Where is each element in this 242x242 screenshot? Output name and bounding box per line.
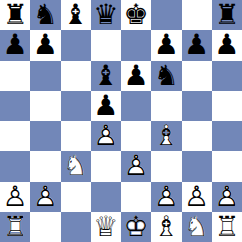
square-e4[interactable]: [121, 121, 151, 151]
black-rook-icon: ♜: [212, 0, 242, 30]
square-d2[interactable]: [91, 182, 121, 212]
square-e3[interactable]: ♟♙: [121, 151, 151, 181]
white-pawn-outline-icon: ♙: [91, 121, 121, 151]
piece-black-pawn[interactable]: ♟: [151, 30, 181, 60]
square-a1[interactable]: ♜♖: [0, 212, 30, 242]
square-c2[interactable]: [61, 182, 91, 212]
piece-white-pawn[interactable]: ♟♙: [91, 121, 121, 151]
square-h5[interactable]: [212, 91, 242, 121]
square-g1[interactable]: ♞♘: [182, 212, 212, 242]
white-pawn-outline-icon: ♙: [30, 182, 60, 212]
white-knight-outline-icon: ♘: [182, 212, 212, 242]
square-e8[interactable]: ♚: [121, 0, 151, 30]
black-pawn-icon: ♟: [91, 91, 121, 121]
square-e6[interactable]: ♟: [121, 61, 151, 91]
piece-white-bishop[interactable]: ♝♗: [151, 121, 181, 151]
black-bishop-icon: ♝: [91, 61, 121, 91]
square-b4[interactable]: [30, 121, 60, 151]
square-c1[interactable]: [61, 212, 91, 242]
piece-black-bishop[interactable]: ♝: [61, 0, 91, 30]
square-a3[interactable]: [0, 151, 30, 181]
square-b2[interactable]: ♟♙: [30, 182, 60, 212]
piece-white-pawn[interactable]: ♟♙: [121, 151, 151, 181]
piece-white-pawn[interactable]: ♟♙: [30, 182, 60, 212]
square-g6[interactable]: [182, 61, 212, 91]
square-h8[interactable]: ♜: [212, 0, 242, 30]
white-bishop-outline-icon: ♗: [151, 121, 181, 151]
square-d8[interactable]: ♛: [91, 0, 121, 30]
piece-black-pawn[interactable]: ♟: [121, 61, 151, 91]
piece-black-pawn[interactable]: ♟: [30, 30, 60, 60]
piece-white-rook[interactable]: ♜♖: [0, 212, 30, 242]
black-knight-icon: ♞: [30, 0, 60, 30]
white-king-outline-icon: ♔: [121, 212, 151, 242]
black-pawn-icon: ♟: [182, 30, 212, 60]
black-knight-icon: ♞: [151, 61, 181, 91]
black-queen-icon: ♛: [91, 0, 121, 30]
piece-black-king[interactable]: ♚: [121, 0, 151, 30]
square-e7[interactable]: [121, 30, 151, 60]
white-pawn-outline-icon: ♙: [0, 182, 30, 212]
white-rook-outline-icon: ♖: [212, 212, 242, 242]
square-e5[interactable]: [121, 91, 151, 121]
piece-black-pawn[interactable]: ♟: [212, 30, 242, 60]
white-pawn-outline-icon: ♙: [182, 182, 212, 212]
square-d4[interactable]: ♟♙: [91, 121, 121, 151]
piece-white-pawn[interactable]: ♟♙: [151, 182, 181, 212]
square-c7[interactable]: [61, 30, 91, 60]
square-c8[interactable]: ♝: [61, 0, 91, 30]
square-h1[interactable]: ♜♖: [212, 212, 242, 242]
white-pawn-outline-icon: ♙: [212, 182, 242, 212]
square-h2[interactable]: ♟♙: [212, 182, 242, 212]
black-pawn-icon: ♟: [121, 61, 151, 91]
piece-white-pawn[interactable]: ♟♙: [182, 182, 212, 212]
square-f4[interactable]: ♝♗: [151, 121, 181, 151]
black-pawn-icon: ♟: [212, 30, 242, 60]
square-f1[interactable]: ♝♗: [151, 212, 181, 242]
square-a7[interactable]: ♟: [0, 30, 30, 60]
piece-black-rook[interactable]: ♜: [0, 0, 30, 30]
chess-board: ♜♞♝♛♚♜♟♟♟♟♟♝♟♞♟♟♙♝♗♞♘♟♙♟♙♟♙♟♙♟♙♟♙♜♖♛♕♚♔♝…: [0, 0, 242, 242]
square-d3[interactable]: [91, 151, 121, 181]
square-b1[interactable]: [30, 212, 60, 242]
piece-black-pawn[interactable]: ♟: [0, 30, 30, 60]
black-pawn-icon: ♟: [0, 30, 30, 60]
piece-white-king[interactable]: ♚♔: [121, 212, 151, 242]
square-b8[interactable]: ♞: [30, 0, 60, 30]
square-b7[interactable]: ♟: [30, 30, 60, 60]
black-bishop-icon: ♝: [61, 0, 91, 30]
black-pawn-icon: ♟: [151, 30, 181, 60]
square-f8[interactable]: [151, 0, 181, 30]
white-pawn-outline-icon: ♙: [151, 182, 181, 212]
white-queen-outline-icon: ♕: [91, 212, 121, 242]
square-a5[interactable]: [0, 91, 30, 121]
square-a6[interactable]: [0, 61, 30, 91]
square-g2[interactable]: ♟♙: [182, 182, 212, 212]
piece-black-queen[interactable]: ♛: [91, 0, 121, 30]
square-g8[interactable]: [182, 0, 212, 30]
piece-black-rook[interactable]: ♜: [212, 0, 242, 30]
black-pawn-icon: ♟: [30, 30, 60, 60]
square-c6[interactable]: [61, 61, 91, 91]
square-h6[interactable]: [212, 61, 242, 91]
black-rook-icon: ♜: [0, 0, 30, 30]
square-b6[interactable]: [30, 61, 60, 91]
piece-white-rook[interactable]: ♜♖: [212, 212, 242, 242]
square-e2[interactable]: [121, 182, 151, 212]
white-knight-outline-icon: ♘: [61, 151, 91, 181]
square-f7[interactable]: ♟: [151, 30, 181, 60]
piece-black-pawn[interactable]: ♟: [91, 91, 121, 121]
square-d7[interactable]: [91, 30, 121, 60]
piece-black-bishop[interactable]: ♝: [91, 61, 121, 91]
white-bishop-outline-icon: ♗: [151, 212, 181, 242]
square-d1[interactable]: ♛♕: [91, 212, 121, 242]
square-a4[interactable]: [0, 121, 30, 151]
black-king-icon: ♚: [121, 0, 151, 30]
square-a8[interactable]: ♜: [0, 0, 30, 30]
square-g7[interactable]: ♟: [182, 30, 212, 60]
white-rook-outline-icon: ♖: [0, 212, 30, 242]
square-f6[interactable]: ♞: [151, 61, 181, 91]
square-d5[interactable]: ♟: [91, 91, 121, 121]
square-d6[interactable]: ♝: [91, 61, 121, 91]
piece-black-pawn[interactable]: ♟: [182, 30, 212, 60]
square-g3[interactable]: [182, 151, 212, 181]
square-h3[interactable]: [212, 151, 242, 181]
piece-white-knight[interactable]: ♞♘: [61, 151, 91, 181]
square-g4[interactable]: [182, 121, 212, 151]
piece-black-knight[interactable]: ♞: [30, 0, 60, 30]
piece-white-pawn[interactable]: ♟♙: [212, 182, 242, 212]
square-f3[interactable]: [151, 151, 181, 181]
square-c5[interactable]: [61, 91, 91, 121]
square-c4[interactable]: [61, 121, 91, 151]
square-b3[interactable]: [30, 151, 60, 181]
piece-black-knight[interactable]: ♞: [151, 61, 181, 91]
square-f5[interactable]: [151, 91, 181, 121]
white-pawn-outline-icon: ♙: [121, 151, 151, 181]
square-h4[interactable]: [212, 121, 242, 151]
square-a2[interactable]: ♟♙: [0, 182, 30, 212]
square-f2[interactable]: ♟♙: [151, 182, 181, 212]
piece-white-pawn[interactable]: ♟♙: [0, 182, 30, 212]
square-g5[interactable]: [182, 91, 212, 121]
square-c3[interactable]: ♞♘: [61, 151, 91, 181]
square-h7[interactable]: ♟: [212, 30, 242, 60]
square-b5[interactable]: [30, 91, 60, 121]
piece-white-bishop[interactable]: ♝♗: [151, 212, 181, 242]
piece-white-queen[interactable]: ♛♕: [91, 212, 121, 242]
square-e1[interactable]: ♚♔: [121, 212, 151, 242]
piece-white-knight[interactable]: ♞♘: [182, 212, 212, 242]
